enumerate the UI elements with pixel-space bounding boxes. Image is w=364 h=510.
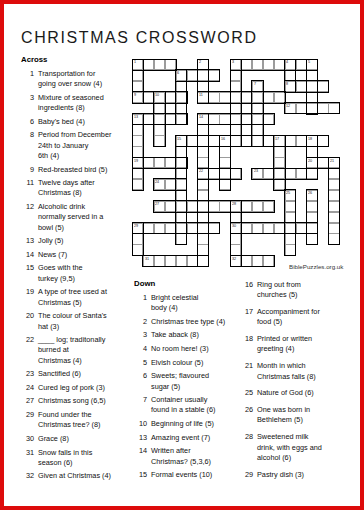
grid-cell[interactable] [306, 223, 317, 234]
clue-number: 6 [21, 117, 38, 127]
grid-cell[interactable] [274, 135, 285, 146]
grid-cell[interactable] [274, 146, 285, 157]
clue-number: 30 [21, 434, 38, 444]
grid-cell[interactable] [285, 59, 296, 70]
clue-item: 26One was born inBethlehem (5) [240, 405, 362, 426]
grid-cell[interactable] [252, 223, 263, 234]
grid-cell[interactable] [230, 114, 241, 125]
grid-cell[interactable] [197, 223, 208, 234]
clue-number: 24 [21, 383, 38, 393]
grid-cell[interactable] [263, 168, 274, 179]
grid-cell[interactable] [208, 114, 219, 125]
down-clue-column-left: Down 1Bright celestialbody (4)2Christmas… [134, 279, 244, 484]
clue-text: Beginning of life (5) [151, 419, 244, 429]
grid-cell[interactable] [187, 135, 198, 146]
grid-cell[interactable] [230, 201, 241, 212]
grid-cell[interactable] [296, 59, 307, 70]
grid-cell[interactable] [143, 223, 154, 234]
grid-cell[interactable] [241, 92, 252, 103]
grid-cell[interactable] [274, 179, 285, 190]
clue-item: 29Pastry dish (3) [240, 470, 362, 480]
grid-cell[interactable] [208, 223, 219, 234]
clue-item: 4No room here! (3) [134, 344, 244, 354]
clue-text: Period from December24th to January6th (… [38, 130, 133, 161]
clue-number: 13 [134, 433, 151, 443]
grid-cell[interactable] [197, 81, 208, 92]
grid-cell[interactable] [296, 223, 307, 234]
grid-cell[interactable] [132, 168, 143, 179]
grid-cell[interactable] [219, 157, 230, 168]
grid-cell[interactable] [241, 135, 252, 146]
puzzle-page: CHRISTMAS CROSSWORD 12345678910111213141… [0, 0, 364, 510]
grid-cell[interactable] [132, 179, 143, 190]
grid-cell[interactable] [252, 124, 263, 135]
clue-number: 29 [21, 410, 38, 431]
grid-cell[interactable] [306, 201, 317, 212]
grid-cell[interactable] [230, 244, 241, 255]
grid-cell[interactable] [317, 81, 328, 92]
grid-cell[interactable] [306, 146, 317, 157]
grid-cell[interactable] [274, 223, 285, 234]
grid-cell[interactable] [263, 201, 274, 212]
grid-cell[interactable] [165, 223, 176, 234]
grid-cell[interactable] [263, 135, 274, 146]
clue-number: 1 [134, 293, 151, 314]
grid-cell[interactable] [328, 157, 339, 168]
down-heading: Down [134, 279, 244, 288]
clue-number: 14 [134, 446, 151, 467]
clue-item: 15Goes with theturkey (9,5) [21, 263, 133, 284]
grid-cell[interactable] [176, 168, 187, 179]
clue-item: 18Printed or writtengreeting (4) [240, 334, 362, 355]
grid-cell[interactable] [143, 157, 154, 168]
grid-cell[interactable] [165, 114, 176, 125]
grid-cell[interactable] [230, 168, 241, 179]
grid-cell[interactable] [208, 92, 219, 103]
clue-item: 20The colour of Santa'shat (3) [21, 311, 133, 332]
grid-cell[interactable] [306, 168, 317, 179]
clue-text: Christmas song (6,5) [38, 396, 133, 406]
grid-cell[interactable] [143, 114, 154, 125]
grid-cell[interactable] [132, 233, 143, 244]
grid-cell[interactable] [252, 135, 263, 146]
grid-cell[interactable] [274, 168, 285, 179]
grid-cell[interactable] [274, 157, 285, 168]
grid-cell[interactable] [328, 190, 339, 201]
clue-text: Nature of God (6) [257, 388, 362, 398]
clue-number: 29 [240, 470, 257, 480]
clue-text: The colour of Santa'shat (3) [38, 311, 133, 332]
grid-cell[interactable] [154, 223, 165, 234]
grid-cell[interactable] [154, 255, 165, 266]
grid-cell[interactable] [197, 114, 208, 125]
clue-number: 8 [21, 130, 38, 161]
grid-cell[interactable] [219, 146, 230, 157]
clue-number: 4 [134, 344, 151, 354]
grid-cell[interactable] [132, 135, 143, 146]
grid-cell[interactable] [328, 179, 339, 190]
grid-cell[interactable] [176, 114, 187, 125]
clue-item: 7Container usuallyfound in a stable (6) [134, 395, 244, 416]
grid-cell[interactable] [143, 255, 154, 266]
clue-text: Snow falls in thisseason (6) [38, 448, 133, 469]
page-title: CHRISTMAS CROSSWORD [21, 29, 258, 47]
grid-cell[interactable] [285, 135, 296, 146]
grid-cell[interactable] [241, 201, 252, 212]
clue-number: 18 [240, 334, 257, 355]
grid-cell[interactable] [176, 255, 187, 266]
grid-cell[interactable] [154, 201, 165, 212]
grid-cell[interactable] [208, 201, 219, 212]
clue-number: 15 [134, 470, 151, 480]
clue-text: Found under theChristmas tree? (8) [38, 410, 133, 431]
grid-cell[interactable] [230, 233, 241, 244]
clue-item: 13Amazing event (7) [134, 433, 244, 443]
clue-text: Grace (8) [38, 434, 133, 444]
grid-cell[interactable] [197, 59, 208, 70]
grid-cell[interactable] [285, 190, 296, 201]
clue-item: 6Baby's bed (4) [21, 117, 133, 127]
down-clue-list-right: 16Ring out fromchurches (5)17Accompanime… [240, 280, 362, 480]
grid-cell[interactable] [230, 81, 241, 92]
grid-cell[interactable] [263, 223, 274, 234]
grid-cell[interactable] [296, 81, 307, 92]
clue-number: 17 [240, 307, 257, 328]
clue-number: 32 [21, 471, 38, 481]
clue-number: 20 [21, 311, 38, 332]
clue-text: Baby's bed (4) [38, 117, 133, 127]
grid-cell[interactable] [219, 135, 230, 146]
clue-item: 27Christmas song (6,5) [21, 396, 133, 406]
grid-cell[interactable] [197, 124, 208, 135]
grid-cell[interactable] [252, 168, 263, 179]
clue-item: 29Found under theChristmas tree? (8) [21, 410, 133, 431]
grid-cell[interactable] [306, 92, 317, 103]
grid-cell[interactable] [252, 201, 263, 212]
grid-cell[interactable] [154, 179, 165, 190]
grid-cell[interactable] [263, 255, 274, 266]
grid-cell[interactable] [197, 179, 208, 190]
clue-text: Sweets; flavouredsugar (5) [151, 371, 244, 392]
grid-cell[interactable] [187, 223, 198, 234]
clue-item: 25Nature of God (6) [240, 388, 362, 398]
grid-cell[interactable] [252, 92, 263, 103]
clue-text: Pastry dish (3) [257, 470, 362, 480]
grid-cell[interactable] [241, 255, 252, 266]
grid-cell[interactable] [296, 135, 307, 146]
grid-cell[interactable] [328, 223, 339, 234]
across-heading: Across [21, 55, 133, 64]
down-clue-list-left: 1Bright celestialbody (4)2Christmas tree… [134, 293, 244, 480]
grid-cell[interactable] [317, 135, 328, 146]
grid-cell[interactable] [296, 103, 307, 114]
grid-cell[interactable] [132, 59, 143, 70]
grid-cell[interactable] [230, 103, 241, 114]
grid-cell[interactable] [252, 114, 263, 125]
clue-text: Sanctified (6) [38, 369, 133, 379]
clue-item: 12Alcoholic drinknormally served in abow… [21, 202, 133, 233]
clue-number: 12 [21, 202, 38, 233]
clue-text: Written afterChristmas? (5,3,6) [151, 446, 244, 467]
grid-cell[interactable] [306, 103, 317, 114]
grid-cell[interactable] [208, 70, 219, 81]
clue-item: 23Sanctified (6) [21, 369, 133, 379]
grid-cell[interactable] [241, 223, 252, 234]
grid-cell[interactable] [132, 223, 143, 234]
grid-cell[interactable] [165, 92, 176, 103]
grid-cell[interactable] [230, 92, 241, 103]
clue-item: 3Take aback (8) [134, 330, 244, 340]
grid-cell[interactable] [230, 212, 241, 223]
clue-text: Cured leg of pork (3) [38, 383, 133, 393]
grid-cell[interactable] [176, 201, 187, 212]
grid-cell[interactable] [132, 244, 143, 255]
clue-item: 22____ log; traditonallyburned atChristm… [21, 335, 133, 366]
grid-cell[interactable] [219, 201, 230, 212]
clue-item: 19A type of tree used atChristmas (5) [21, 287, 133, 308]
grid-cell[interactable] [219, 92, 230, 103]
clue-number: 21 [240, 361, 257, 382]
grid-cell[interactable] [230, 70, 241, 81]
grid-cell[interactable] [219, 168, 230, 179]
clue-text: Red-breasted bird (5) [38, 165, 133, 175]
grid-cell[interactable] [176, 212, 187, 223]
clue-text: Jolly (5) [38, 236, 133, 246]
clue-item: 2Christmas tree type (4) [134, 317, 244, 327]
clue-number: 14 [21, 250, 38, 260]
clue-item: 5Elvish colour (5) [134, 358, 244, 368]
grid-cell[interactable] [285, 244, 296, 255]
clue-item: 13Jolly (5) [21, 236, 133, 246]
grid-cell[interactable] [176, 135, 187, 146]
grid-cell[interactable] [165, 179, 176, 190]
grid-cell[interactable] [154, 59, 165, 70]
clue-number: 13 [21, 236, 38, 246]
grid-cell[interactable] [176, 146, 187, 157]
grid-cell[interactable] [274, 92, 285, 103]
grid-cell[interactable] [132, 114, 143, 125]
clue-text: Printed or writtengreeting (4) [257, 334, 362, 355]
clue-text: Elvish colour (5) [151, 358, 244, 368]
grid-cell[interactable] [328, 168, 339, 179]
grid-cell[interactable] [197, 168, 208, 179]
grid-cell[interactable] [176, 81, 187, 92]
clue-number: 25 [240, 388, 257, 398]
clue-text: Container usuallyfound in a stable (6) [151, 395, 244, 416]
clue-number: 19 [21, 287, 38, 308]
grid-cell[interactable] [197, 201, 208, 212]
clue-number: 26 [240, 405, 257, 426]
grid-cell[interactable] [132, 146, 143, 157]
grid-cell[interactable] [241, 59, 252, 70]
grid-cell[interactable] [176, 70, 187, 81]
grid-cell[interactable] [285, 201, 296, 212]
grid-cell[interactable] [165, 201, 176, 212]
grid-cell[interactable] [219, 114, 230, 125]
clue-text: Christmas tree type (4) [151, 317, 244, 327]
clue-number: 27 [21, 396, 38, 406]
clue-number: 7 [134, 395, 151, 416]
clue-item: 30Grace (8) [21, 434, 133, 444]
clue-number: 22 [21, 335, 38, 366]
clue-item: 15Formal events (10) [134, 470, 244, 480]
grid-cell[interactable] [176, 92, 187, 103]
clue-text: Month in whichChristmas falls (8) [257, 361, 362, 382]
grid-cell[interactable] [165, 255, 176, 266]
clue-number: 2 [134, 317, 151, 327]
grid-cell[interactable] [176, 157, 187, 168]
grid-cell[interactable] [274, 59, 285, 70]
grid-cell[interactable] [252, 81, 263, 92]
grid-cell[interactable] [132, 70, 143, 81]
clue-text: Goes with theturkey (9,5) [38, 263, 133, 284]
grid-cell[interactable] [328, 233, 339, 244]
grid-cell[interactable] [187, 255, 198, 266]
grid-cell[interactable] [132, 92, 143, 103]
clue-item: 24Cured leg of pork (3) [21, 383, 133, 393]
grid-cell[interactable] [317, 157, 328, 168]
grid-cell[interactable] [328, 201, 339, 212]
grid-cell[interactable] [165, 157, 176, 168]
clue-text: Given at Christmas (4) [38, 471, 133, 481]
grid-cell[interactable] [328, 212, 339, 223]
grid-cell[interactable] [241, 114, 252, 125]
clue-item: 31Snow falls in thisseason (6) [21, 448, 133, 469]
clue-text: Bright celestialbody (4) [151, 293, 244, 314]
grid-cell[interactable] [252, 59, 263, 70]
grid-cell[interactable] [187, 70, 198, 81]
grid-cell[interactable] [197, 70, 208, 81]
grid-cell[interactable] [176, 179, 187, 190]
grid-cell[interactable] [285, 81, 296, 92]
grid-cell[interactable] [263, 114, 274, 125]
clue-item: 16Ring out fromchurches (5) [240, 280, 362, 301]
grid-cell[interactable] [285, 168, 296, 179]
crossword-grid: 1234567891011121314151617181920212223242… [132, 59, 340, 267]
down-clue-column-right: 16Ring out fromchurches (5)17Accompanime… [240, 280, 362, 486]
clue-number: 6 [134, 371, 151, 392]
grid-cell[interactable] [197, 92, 208, 103]
grid-cell[interactable] [306, 212, 317, 223]
clue-item: 32Given at Christmas (4) [21, 471, 133, 481]
clue-text: Ring out fromchurches (5) [257, 280, 362, 301]
grid-cell[interactable] [317, 103, 328, 114]
grid-cell[interactable] [176, 223, 187, 234]
grid-cell[interactable] [197, 255, 208, 266]
grid-cell[interactable] [328, 103, 339, 114]
grid-cell[interactable] [154, 135, 165, 146]
clue-item: 3Mixture of seasonedingredients (8) [21, 93, 133, 114]
grid-cell[interactable] [197, 212, 208, 223]
grid-cell[interactable] [187, 201, 198, 212]
grid-cell[interactable] [252, 255, 263, 266]
clue-number: 9 [21, 165, 38, 175]
clue-item: 8Period from December24th to January6th … [21, 130, 133, 161]
clue-item: 1Bright celestialbody (4) [134, 293, 244, 314]
clue-text: Take aback (8) [151, 330, 244, 340]
grid-cell[interactable] [132, 157, 143, 168]
across-clue-column: Across 1Transportation forgoing over sno… [21, 55, 133, 485]
clue-text: ____ log; traditonallyburned atChristmas… [38, 335, 133, 366]
grid-cell[interactable] [154, 103, 165, 114]
grid-cell[interactable] [208, 135, 219, 146]
source-credit: BiblePuzzles.org.uk [289, 263, 343, 270]
grid-cell[interactable] [285, 233, 296, 244]
grid-cell[interactable] [154, 124, 165, 135]
grid-cell[interactable] [165, 59, 176, 70]
grid-cell[interactable] [285, 70, 296, 81]
clue-number: 3 [21, 93, 38, 114]
grid-cell[interactable] [230, 255, 241, 266]
clue-number: 11 [21, 178, 38, 199]
clue-item: 14Written afterChristmas? (5,3,6) [134, 446, 244, 467]
grid-cell[interactable] [230, 223, 241, 234]
across-clue-list: 1Transportation forgoing over snow (4)3M… [21, 69, 133, 482]
grid-cell[interactable] [263, 92, 274, 103]
grid-cell[interactable] [306, 157, 317, 168]
grid-cell[interactable] [208, 168, 219, 179]
clue-number: 3 [134, 330, 151, 340]
grid-cell[interactable] [197, 233, 208, 244]
clue-item: 10Beginning of life (5) [134, 419, 244, 429]
clue-item: 6Sweets; flavouredsugar (5) [134, 371, 244, 392]
clue-number: 23 [21, 369, 38, 379]
grid-cell[interactable] [143, 59, 154, 70]
grid-cell[interactable] [154, 92, 165, 103]
grid-cell[interactable] [285, 223, 296, 234]
grid-cell[interactable] [306, 81, 317, 92]
grid-cell[interactable] [154, 157, 165, 168]
grid-cell[interactable] [306, 135, 317, 146]
grid-cell[interactable] [296, 168, 307, 179]
grid-cell[interactable] [197, 157, 208, 168]
clue-number: 10 [134, 419, 151, 429]
grid-cell[interactable] [176, 190, 187, 201]
grid-cell[interactable] [252, 103, 263, 114]
clue-number: 1 [21, 69, 38, 90]
clue-number: 16 [240, 280, 257, 301]
grid-cell[interactable] [176, 103, 187, 114]
grid-cell[interactable] [143, 92, 154, 103]
grid-cell[interactable] [230, 124, 241, 135]
grid-cell[interactable] [263, 59, 274, 70]
clue-text: Sweetened milkdrink, with eggs andalcoho… [257, 432, 362, 463]
grid-cell[interactable] [176, 233, 187, 244]
grid-cell[interactable] [154, 114, 165, 125]
grid-cell[interactable] [306, 233, 317, 244]
grid-cell[interactable] [197, 244, 208, 255]
grid-cell[interactable] [132, 81, 143, 92]
grid-cell[interactable] [197, 146, 208, 157]
clue-number: 5 [134, 358, 151, 368]
grid-cell[interactable] [306, 59, 317, 70]
grid-cell[interactable] [306, 190, 317, 201]
grid-cell[interactable] [285, 103, 296, 114]
grid-cell[interactable] [219, 179, 230, 190]
grid-cell[interactable] [132, 124, 143, 135]
clue-text: Twelve days afterChristmas (8) [38, 178, 133, 199]
grid-cell[interactable] [197, 135, 208, 146]
clue-item: 28Sweetened milkdrink, with eggs andalco… [240, 432, 362, 463]
grid-cell[interactable] [230, 59, 241, 70]
grid-cell[interactable] [230, 135, 241, 146]
clue-number: 31 [21, 448, 38, 469]
grid-cell[interactable] [285, 212, 296, 223]
grid-cell[interactable] [197, 190, 208, 201]
clue-text: One was born inBethlehem (5) [257, 405, 362, 426]
grid-cell[interactable] [306, 70, 317, 81]
clue-text: Alcoholic drinknormally served in abowl … [38, 202, 133, 233]
